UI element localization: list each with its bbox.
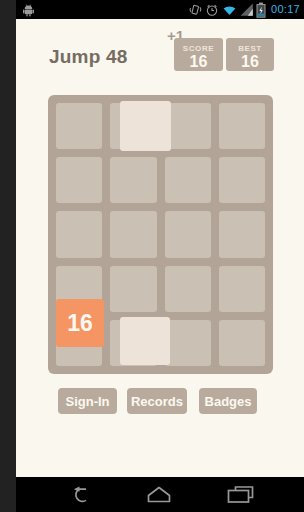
best-value: 16 (226, 53, 274, 70)
nav-bar (16, 477, 304, 512)
home-icon[interactable] (145, 486, 173, 503)
android-notification-icon (22, 3, 35, 17)
status-bar[interactable]: 00:17 (16, 0, 304, 19)
score-label: SCORE (174, 44, 223, 53)
signal-icon (240, 3, 253, 16)
tile-blank-top (120, 101, 171, 151)
tiles-layer: 16 (48, 95, 273, 374)
app-area: Jump 48 +1 SCORE 16 BEST 16 16 Sign-In R… (16, 19, 304, 477)
game-board[interactable]: 16 (48, 95, 273, 374)
back-icon[interactable] (67, 486, 94, 503)
vibrate-icon (188, 3, 202, 17)
wifi-icon (222, 3, 237, 16)
records-button[interactable]: Records (127, 388, 187, 414)
recents-icon[interactable] (227, 486, 254, 503)
score-box: SCORE 16 (174, 38, 223, 71)
phone-screen: 00:17 Jump 48 +1 SCORE 16 BEST 16 16 Sig… (16, 0, 304, 512)
sign-in-button[interactable]: Sign-In (58, 388, 117, 414)
page-title: Jump 48 (49, 46, 128, 67)
tile-16: 16 (56, 299, 104, 347)
badges-button[interactable]: Badges (199, 388, 257, 414)
best-box: BEST 16 (226, 38, 274, 71)
battery-charging-icon (256, 2, 266, 18)
tile-blank-bottom (120, 317, 170, 365)
alarm-icon (205, 3, 219, 17)
clock: 00:17 (271, 0, 300, 19)
score-value: 16 (174, 53, 223, 70)
best-label: BEST (226, 44, 274, 53)
